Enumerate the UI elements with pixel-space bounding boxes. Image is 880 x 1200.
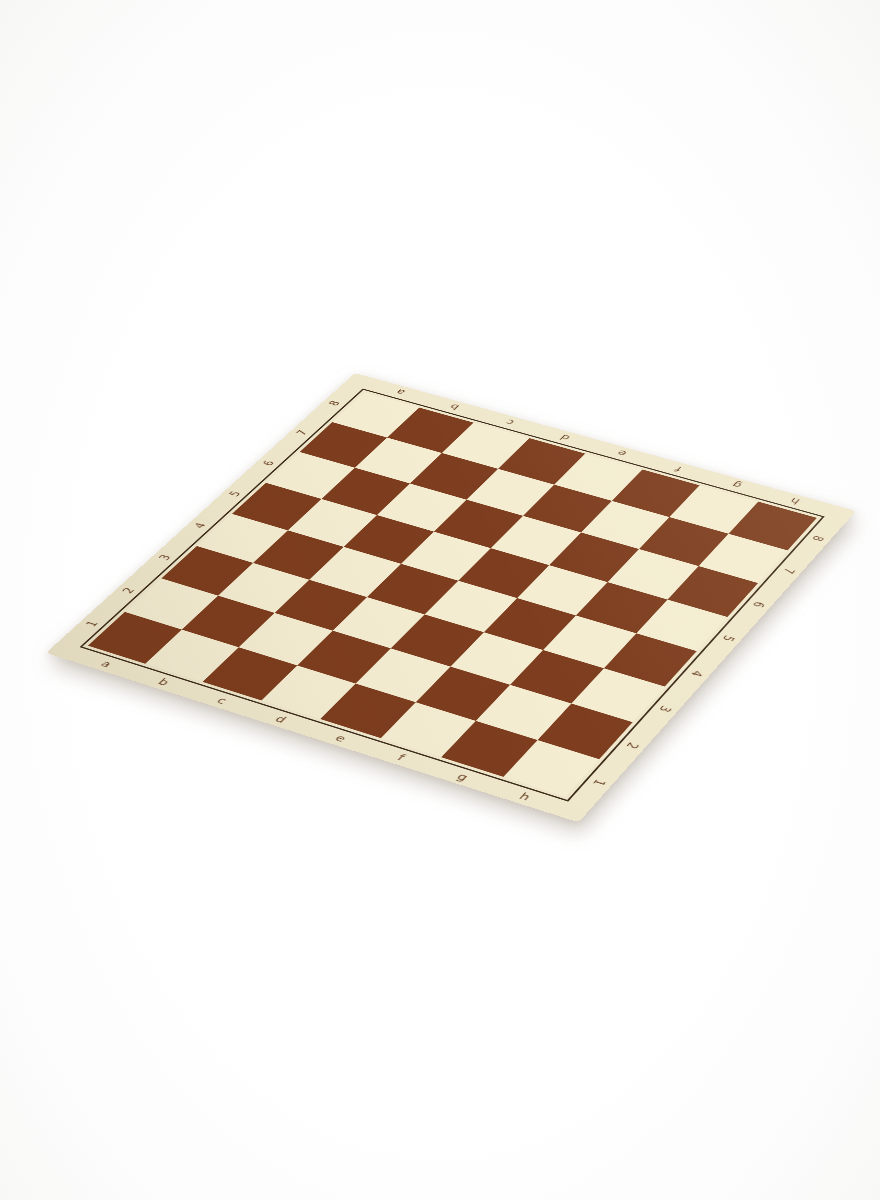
- vinyl-chessboard-mat: aa88bb77cc66dd55ee44ff33gg22hh11: [46, 373, 856, 822]
- chess-board-grid[interactable]: [88, 392, 817, 796]
- board-perspective-wrap: aa88bb77cc66dd55ee44ff33gg22hh11: [46, 373, 856, 822]
- photo-backdrop: aa88bb77cc66dd55ee44ff33gg22hh11: [0, 0, 880, 1200]
